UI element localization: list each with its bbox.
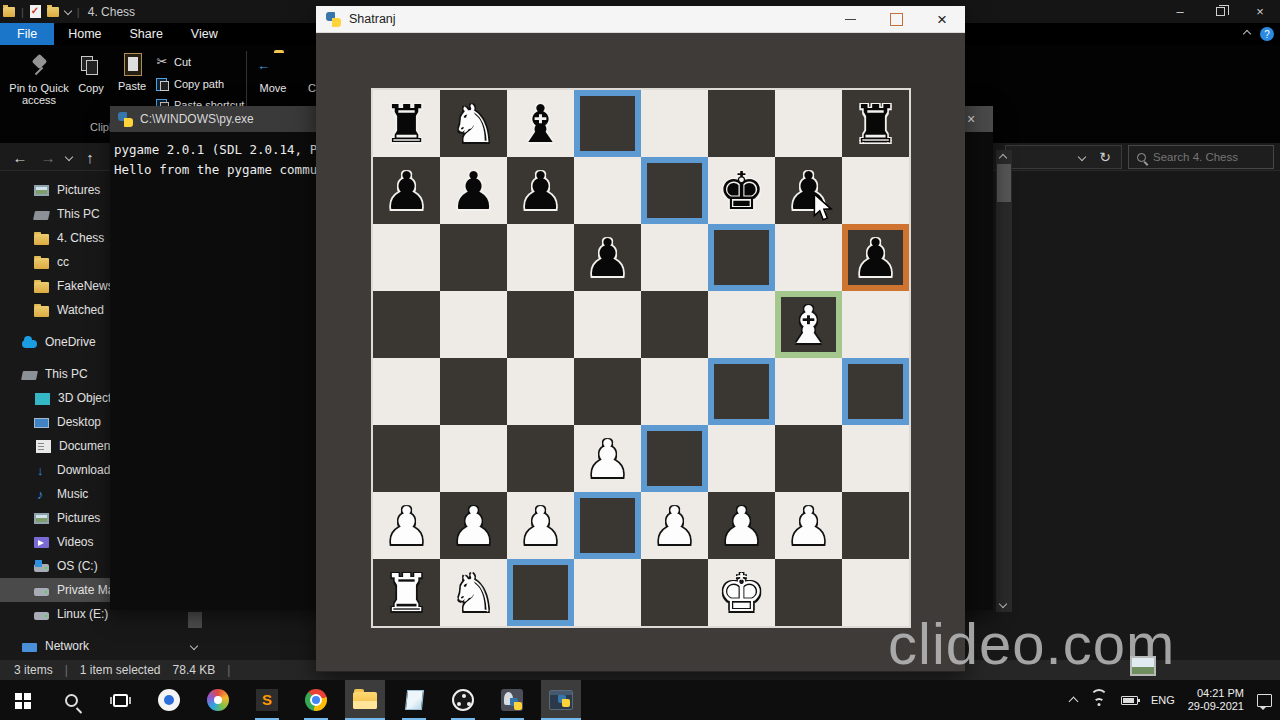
square-b1[interactable]: ♞: [440, 559, 507, 626]
search-input[interactable]: [1153, 151, 1263, 163]
forward-button[interactable]: →: [36, 143, 60, 171]
square-g1[interactable]: [775, 559, 842, 626]
help-icon[interactable]: ?: [1260, 27, 1274, 41]
scroll-up-icon[interactable]: [999, 154, 1007, 162]
sidebar-item-label: Pictures: [57, 511, 100, 525]
square-b5[interactable]: [440, 291, 507, 358]
square-f3[interactable]: [708, 425, 775, 492]
piece-br-h8: ♜: [852, 98, 899, 150]
square-e6[interactable]: [641, 224, 708, 291]
taskbar-app-edge[interactable]: [149, 680, 189, 720]
square-e8[interactable]: [641, 90, 708, 157]
py-launcher-icon: [501, 689, 523, 711]
taskbar: ENG 04:21 PM 29-09-2021: [0, 680, 1280, 720]
sidebar-item-label: Linux (E:): [57, 607, 108, 621]
chrome-icon: [305, 689, 327, 711]
file-list-scrollbar[interactable]: [996, 150, 1012, 612]
square-c6[interactable]: [507, 224, 574, 291]
square-d8[interactable]: [574, 90, 641, 157]
minimize-button[interactable]: [827, 6, 873, 33]
folder-icon: [34, 234, 49, 245]
ribbon-right-controls: ?: [1244, 23, 1274, 45]
piece-bp-a7: ♟: [383, 165, 430, 217]
scrollbar-thumb[interactable]: [997, 164, 1011, 202]
square-h2[interactable]: [842, 492, 909, 559]
selection-count: 1 item selected: [80, 663, 161, 677]
piece-bp-d6: ♟: [584, 232, 631, 284]
copy-icon: [78, 53, 104, 79]
search-icon: [65, 694, 78, 707]
pc-icon: [33, 211, 50, 220]
piece-wr-a1: ♜: [383, 567, 430, 619]
button-label: access: [22, 94, 56, 106]
music-icon: [34, 488, 49, 501]
drive-os-icon: [34, 564, 49, 572]
square-d4[interactable]: [574, 358, 641, 425]
square-g4[interactable]: [775, 358, 842, 425]
square-g3[interactable]: [775, 425, 842, 492]
back-button[interactable]: ←: [8, 143, 32, 171]
button-label: Copy path: [174, 78, 224, 90]
piece-wn-b8: ♞: [450, 98, 497, 150]
window-title: 4. Chess: [88, 5, 135, 19]
square-c2[interactable]: ♟: [507, 492, 574, 559]
piece-br-a8: ♜: [383, 98, 430, 150]
console-title: C:\WINDOWS\py.exe: [140, 112, 254, 126]
piece-wn-b1: ♞: [450, 567, 497, 619]
doc-icon: [36, 440, 51, 453]
square-e7[interactable]: [641, 157, 708, 224]
sidebar-item-label: 4. Chess: [57, 231, 104, 245]
taskbar-start[interactable]: [2, 680, 42, 720]
square-a8[interactable]: ♜: [373, 90, 440, 157]
item-count: 3 items: [14, 663, 53, 677]
close-button[interactable]: ×: [919, 6, 965, 33]
task-view-icon: [113, 694, 128, 707]
square-d6[interactable]: ♟: [574, 224, 641, 291]
button-label: Cut: [174, 56, 191, 68]
tab-home[interactable]: Home: [54, 23, 115, 45]
tab-share[interactable]: Share: [116, 23, 177, 45]
taskbar-task-view[interactable]: [100, 680, 140, 720]
app-edge-icon: [158, 689, 180, 711]
tab-file[interactable]: File: [0, 23, 54, 45]
square-h3[interactable]: [842, 425, 909, 492]
square-d7[interactable]: [574, 157, 641, 224]
chevron-down-icon[interactable]: [190, 642, 198, 650]
shatranj-client-area: ♜♞♝♜♟♟♟♚♟♟♟♝♟♟♟♟♟♟♟♜♞♚: [316, 33, 965, 671]
square-f4[interactable]: [708, 358, 775, 425]
square-h8[interactable]: ♜: [842, 90, 909, 157]
piece-wb-g5: ♝: [785, 299, 832, 351]
scroll-down-icon[interactable]: [999, 600, 1007, 608]
square-a4[interactable]: [373, 358, 440, 425]
python-icon: [326, 12, 341, 27]
shatranj-title: Shatranj: [349, 12, 396, 26]
square-f2[interactable]: ♟: [708, 492, 775, 559]
square-d1[interactable]: [574, 559, 641, 626]
piece-bb-c8: ♝: [517, 98, 564, 150]
sidebar-item-label: Downloads: [57, 463, 116, 477]
search-box[interactable]: [1128, 145, 1274, 169]
piece-wp-d3: ♟: [584, 433, 631, 485]
square-h7[interactable]: [842, 157, 909, 224]
folder-icon: [34, 282, 49, 293]
square-c8[interactable]: ♝: [507, 90, 574, 157]
folder-icon: [34, 306, 49, 317]
piece-wp-a2: ♟: [383, 500, 430, 552]
square-f1[interactable]: ♚: [708, 559, 775, 626]
refresh-icon[interactable]: ↻: [1099, 149, 1111, 165]
square-b7[interactable]: ♟: [440, 157, 507, 224]
sidebar-item-label: 3D Objects: [58, 391, 117, 405]
drive-icon: [34, 612, 49, 620]
square-b6[interactable]: [440, 224, 507, 291]
square-b3[interactable]: [440, 425, 507, 492]
taskbar-apps: [0, 680, 581, 720]
piece-wp-f2: ♟: [718, 500, 765, 552]
date: 29-09-2021: [1188, 700, 1244, 712]
taskbar-chrome[interactable]: [296, 680, 336, 720]
pin-icon: [26, 53, 52, 79]
piece-wp-c2: ♟: [517, 500, 564, 552]
pin-to-quick-access-button[interactable]: Pin to Quick access: [8, 53, 70, 106]
piece-wp-e2: ♟: [651, 500, 698, 552]
app-media-icon: [207, 689, 229, 711]
sidebar-item-label: This PC: [45, 367, 88, 381]
up-button[interactable]: ↑: [78, 143, 102, 171]
language-indicator[interactable]: ENG: [1151, 694, 1175, 706]
address-chevron-icon[interactable]: [1078, 153, 1086, 161]
folder-icon: [34, 258, 49, 269]
square-g8[interactable]: [775, 90, 842, 157]
system-tray: ENG 04:21 PM 29-09-2021: [1070, 680, 1272, 720]
sidebar-item-label: cc: [57, 255, 69, 269]
square-b2[interactable]: ♟: [440, 492, 507, 559]
square-g5[interactable]: ♝: [775, 291, 842, 358]
taskbar-notepad[interactable]: [394, 680, 434, 720]
sidebar-item-label: This PC: [57, 207, 100, 221]
folder-icon: [3, 7, 15, 17]
paste-button[interactable]: Paste: [112, 51, 152, 92]
square-e5[interactable]: [641, 291, 708, 358]
square-e3[interactable]: [641, 425, 708, 492]
chess-board: ♜♞♝♜♟♟♟♚♟♟♟♝♟♟♟♟♟♟♟♜♞♚: [371, 88, 911, 628]
wifi-icon[interactable]: [1090, 694, 1108, 707]
move-to-button[interactable]: ← Move: [252, 53, 294, 94]
sidebar-item-label: Pictures: [57, 183, 100, 197]
square-a6[interactable]: [373, 224, 440, 291]
square-d2[interactable]: [574, 492, 641, 559]
cube-icon: [35, 393, 50, 405]
square-f5[interactable]: [708, 291, 775, 358]
obs-icon: [452, 689, 474, 711]
square-c3[interactable]: [507, 425, 574, 492]
square-h4[interactable]: [842, 358, 909, 425]
mouse-cursor: [810, 193, 836, 223]
taskbar-search[interactable]: [51, 680, 91, 720]
piece-bp-c7: ♟: [517, 165, 564, 217]
tab-view[interactable]: View: [177, 23, 232, 45]
piece-wk-f1: ♚: [718, 567, 765, 619]
button-label: Copy: [78, 82, 104, 94]
address-bar[interactable]: ↻: [1005, 145, 1122, 169]
hidden-icons-chevron-icon[interactable]: [1068, 697, 1078, 707]
console-line: Hello from the pygame commun: [114, 162, 325, 177]
divider: |: [65, 663, 68, 677]
taskbar-py-launcher[interactable]: [492, 680, 532, 720]
minimize-button[interactable]: –: [1160, 0, 1200, 23]
sidebar-item-label: OneDrive: [45, 335, 96, 349]
search-icon: [1137, 153, 1146, 162]
maximize-button[interactable]: [873, 6, 919, 33]
square-b4[interactable]: [440, 358, 507, 425]
shatranj-window: Shatranj × ♜♞♝♜♟♟♟♚♟♟♟♝♟♟♟♟♟♟♟♜♞♚: [316, 6, 965, 672]
sidebar-item-label: Videos: [57, 535, 93, 549]
taskbar-explorer[interactable]: [345, 680, 385, 720]
paste-icon: [119, 51, 145, 77]
sidebar-item-label: Music: [57, 487, 88, 501]
button-label: Pin to Quick: [9, 82, 68, 94]
square-d3[interactable]: ♟: [574, 425, 641, 492]
piece-bk-f7: ♚: [718, 165, 765, 217]
taskbar-python-app[interactable]: [541, 680, 581, 720]
square-c4[interactable]: [507, 358, 574, 425]
square-g6[interactable]: [775, 224, 842, 291]
piece-bp-h6: ♟: [852, 232, 899, 284]
copy-path-button[interactable]: Copy path: [155, 77, 224, 91]
sidebar-item-label: Watched: [57, 303, 104, 317]
copy-button[interactable]: Copy: [72, 53, 110, 94]
square-e2[interactable]: ♟: [641, 492, 708, 559]
square-f8[interactable]: [708, 90, 775, 157]
history-chevron-icon[interactable]: [60, 143, 78, 171]
move-to-icon: ←: [260, 53, 286, 79]
taskbar-sublime[interactable]: [247, 680, 287, 720]
square-f6[interactable]: [708, 224, 775, 291]
monitor-icon: [34, 418, 49, 428]
desktop: | | 4. Chess – × File Home Share View ? …: [0, 0, 1280, 720]
divider: |: [77, 6, 80, 18]
square-a5[interactable]: [373, 291, 440, 358]
collapse-ribbon-icon[interactable]: [1243, 30, 1251, 38]
selection-size: 78.4 KB: [173, 663, 216, 677]
network-icon: [22, 643, 37, 652]
square-b8[interactable]: ♞: [440, 90, 507, 157]
square-a1[interactable]: ♜: [373, 559, 440, 626]
python-app-icon: [549, 690, 573, 710]
sidebar-item-label: Desktop: [57, 415, 101, 429]
shatranj-titlebar: Shatranj ×: [316, 6, 965, 33]
time: 04:21 PM: [1197, 687, 1244, 699]
properties-icon[interactable]: [30, 5, 41, 18]
sidebar-scrollbar-thumb[interactable]: [188, 612, 202, 628]
notepad-icon: [404, 690, 423, 710]
square-h6[interactable]: ♟: [842, 224, 909, 291]
copy-path-icon: [155, 77, 169, 91]
button-label: Paste: [118, 80, 146, 92]
picture-icon: [34, 513, 49, 524]
square-c5[interactable]: [507, 291, 574, 358]
restore-button[interactable]: [1200, 0, 1240, 23]
square-g2[interactable]: ♟: [775, 492, 842, 559]
square-c1[interactable]: [507, 559, 574, 626]
clock[interactable]: 04:21 PM 29-09-2021: [1188, 687, 1244, 713]
square-d5[interactable]: [574, 291, 641, 358]
explorer-icon: [353, 692, 377, 709]
drive-icon: [34, 588, 49, 596]
download-icon: [34, 464, 49, 477]
console-line: pygame 2.0.1 (SDL 2.0.14, Py: [114, 142, 325, 157]
square-h5[interactable]: [842, 291, 909, 358]
sidebar-item-label: OS (C:): [57, 559, 98, 573]
notification-center-icon[interactable]: [1257, 694, 1272, 707]
thumbnail-view-icon[interactable]: [1130, 656, 1156, 676]
button-label: Move: [260, 82, 287, 94]
scissors-icon: ✂: [155, 55, 169, 69]
picture-icon: [34, 185, 49, 196]
cut-button[interactable]: ✂ Cut: [155, 55, 191, 69]
video-icon: [34, 537, 49, 548]
piece-bp-b7: ♟: [450, 165, 497, 217]
square-e4[interactable]: [641, 358, 708, 425]
divider: |: [227, 663, 230, 677]
piece-wp-g2: ♟: [785, 500, 832, 552]
cloud-icon: [22, 340, 37, 348]
quick-access-toolbar-chevron-icon[interactable]: [64, 6, 72, 14]
start-icon: [15, 693, 22, 700]
taskbar-obs[interactable]: [443, 680, 483, 720]
sublime-icon: [256, 689, 278, 711]
square-a2[interactable]: ♟: [373, 492, 440, 559]
sidebar-item-network[interactable]: Network: [0, 634, 205, 658]
close-button[interactable]: ×: [1240, 0, 1280, 23]
new-folder-icon[interactable]: [47, 7, 59, 17]
sidebar-item-label: Network: [45, 639, 89, 653]
sidebar-item-label: Private Mat: [57, 583, 118, 597]
piece-wp-b2: ♟: [450, 500, 497, 552]
square-c7[interactable]: ♟: [507, 157, 574, 224]
taskbar-app-media[interactable]: [198, 680, 238, 720]
pc-icon: [21, 371, 38, 380]
divider: |: [21, 6, 24, 18]
py-launcher-icon: [118, 112, 133, 127]
battery-icon[interactable]: [1121, 696, 1138, 705]
square-a7[interactable]: ♟: [373, 157, 440, 224]
square-f7[interactable]: ♚: [708, 157, 775, 224]
square-a3[interactable]: [373, 425, 440, 492]
square-e1[interactable]: [641, 559, 708, 626]
